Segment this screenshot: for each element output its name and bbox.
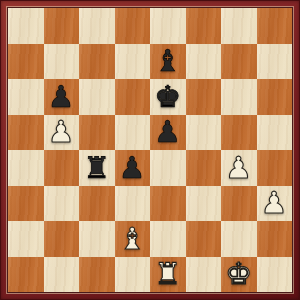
piece-white-pawn-g4[interactable]: ♟ — [225, 153, 252, 183]
square-d3[interactable] — [115, 186, 151, 222]
square-e3[interactable] — [150, 186, 186, 222]
square-f1[interactable] — [186, 257, 222, 293]
square-e5[interactable]: ♟ — [150, 115, 186, 151]
square-a1[interactable] — [8, 257, 44, 293]
square-c2[interactable] — [79, 221, 115, 257]
square-d8[interactable] — [115, 8, 151, 44]
square-d5[interactable] — [115, 115, 151, 151]
piece-black-bishop-e7[interactable]: ♝ — [154, 46, 181, 76]
square-g3[interactable] — [221, 186, 257, 222]
square-h8[interactable] — [257, 8, 293, 44]
piece-white-pawn-b5[interactable]: ♟ — [48, 117, 75, 147]
piece-white-bishop-d2[interactable]: ♝ — [119, 224, 146, 254]
square-a6[interactable] — [8, 79, 44, 115]
square-h1[interactable] — [257, 257, 293, 293]
square-h2[interactable] — [257, 221, 293, 257]
square-b1[interactable] — [44, 257, 80, 293]
square-c5[interactable] — [79, 115, 115, 151]
square-d7[interactable] — [115, 44, 151, 80]
square-e7[interactable]: ♝ — [150, 44, 186, 80]
square-a5[interactable] — [8, 115, 44, 151]
square-g8[interactable] — [221, 8, 257, 44]
square-b5[interactable]: ♟ — [44, 115, 80, 151]
piece-black-rook-c4[interactable]: ♜ — [83, 153, 110, 183]
square-a3[interactable] — [8, 186, 44, 222]
square-g2[interactable] — [221, 221, 257, 257]
square-b7[interactable] — [44, 44, 80, 80]
square-g4[interactable]: ♟ — [221, 150, 257, 186]
square-h5[interactable] — [257, 115, 293, 151]
square-c8[interactable] — [79, 8, 115, 44]
square-f8[interactable] — [186, 8, 222, 44]
square-a2[interactable] — [8, 221, 44, 257]
piece-black-pawn-b6[interactable]: ♟ — [48, 82, 75, 112]
square-c7[interactable] — [79, 44, 115, 80]
square-f5[interactable] — [186, 115, 222, 151]
square-e6[interactable]: ♚ — [150, 79, 186, 115]
square-b2[interactable] — [44, 221, 80, 257]
piece-black-pawn-d4[interactable]: ♟ — [119, 153, 146, 183]
piece-black-king-e6[interactable]: ♚ — [154, 82, 181, 112]
square-e1[interactable]: ♜ — [150, 257, 186, 293]
square-h4[interactable] — [257, 150, 293, 186]
piece-white-pawn-h3[interactable]: ♟ — [261, 188, 288, 218]
square-h3[interactable]: ♟ — [257, 186, 293, 222]
square-c3[interactable] — [79, 186, 115, 222]
square-h6[interactable] — [257, 79, 293, 115]
square-d4[interactable]: ♟ — [115, 150, 151, 186]
square-a4[interactable] — [8, 150, 44, 186]
square-b4[interactable] — [44, 150, 80, 186]
square-e4[interactable] — [150, 150, 186, 186]
square-b8[interactable] — [44, 8, 80, 44]
square-f6[interactable] — [186, 79, 222, 115]
square-a7[interactable] — [8, 44, 44, 80]
square-b6[interactable]: ♟ — [44, 79, 80, 115]
square-f2[interactable] — [186, 221, 222, 257]
piece-white-king-g1[interactable]: ♚ — [225, 259, 252, 289]
square-f7[interactable] — [186, 44, 222, 80]
square-g1[interactable]: ♚ — [221, 257, 257, 293]
square-f4[interactable] — [186, 150, 222, 186]
piece-white-rook-e1[interactable]: ♜ — [154, 259, 181, 289]
square-d6[interactable] — [115, 79, 151, 115]
square-h7[interactable] — [257, 44, 293, 80]
piece-black-pawn-e5[interactable]: ♟ — [154, 117, 181, 147]
square-c4[interactable]: ♜ — [79, 150, 115, 186]
square-g7[interactable] — [221, 44, 257, 80]
square-g5[interactable] — [221, 115, 257, 151]
square-e8[interactable] — [150, 8, 186, 44]
square-c6[interactable] — [79, 79, 115, 115]
board-frame: ♝♟♚♟♟♜♟♟♟♝♜♚ — [0, 0, 300, 300]
square-b3[interactable] — [44, 186, 80, 222]
square-g6[interactable] — [221, 79, 257, 115]
square-e2[interactable] — [150, 221, 186, 257]
square-d2[interactable]: ♝ — [115, 221, 151, 257]
square-d1[interactable] — [115, 257, 151, 293]
square-c1[interactable] — [79, 257, 115, 293]
chess-board: ♝♟♚♟♟♜♟♟♟♝♜♚ — [8, 8, 292, 292]
square-a8[interactable] — [8, 8, 44, 44]
square-f3[interactable] — [186, 186, 222, 222]
